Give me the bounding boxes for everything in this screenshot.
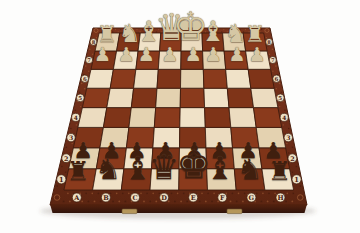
piece-white-pawn-g7[interactable]: ♟ bbox=[228, 45, 245, 64]
piece-black-bishop-c1[interactable]: ♝ bbox=[124, 153, 152, 184]
product-photo-background: ABCDEFGH1122334455667788 ♜♞♝♛♚♝♞♜♟♟♟♟♟♟♟… bbox=[0, 0, 360, 233]
piece-white-pawn-b7[interactable]: ♟ bbox=[118, 45, 135, 64]
piece-black-rook-a1[interactable]: ♜ bbox=[66, 158, 89, 184]
piece-black-rook-h1[interactable]: ♜ bbox=[268, 158, 291, 184]
piece-white-pawn-d7[interactable]: ♟ bbox=[161, 45, 178, 64]
piece-black-queen-d1[interactable]: ♛ bbox=[149, 150, 179, 184]
piece-white-pawn-e7[interactable]: ♟ bbox=[185, 45, 202, 64]
piece-white-pawn-f7[interactable]: ♟ bbox=[205, 45, 222, 64]
piece-white-bishop-f8[interactable]: ♝ bbox=[200, 18, 225, 46]
piece-black-bishop-f1[interactable]: ♝ bbox=[206, 153, 234, 184]
piece-white-pawn-h7[interactable]: ♟ bbox=[249, 45, 266, 64]
piece-black-knight-g1[interactable]: ♞ bbox=[237, 155, 263, 184]
piece-black-knight-b1[interactable]: ♞ bbox=[95, 155, 121, 184]
piece-white-pawn-a7[interactable]: ♟ bbox=[94, 45, 111, 64]
pieces-layer: ♜♞♝♛♚♝♞♜♟♟♟♟♟♟♟♟♟♟♟♟♟♟♟♟♜♞♝♛♚♝♞♜ bbox=[0, 0, 360, 233]
piece-white-pawn-c7[interactable]: ♟ bbox=[138, 45, 155, 64]
